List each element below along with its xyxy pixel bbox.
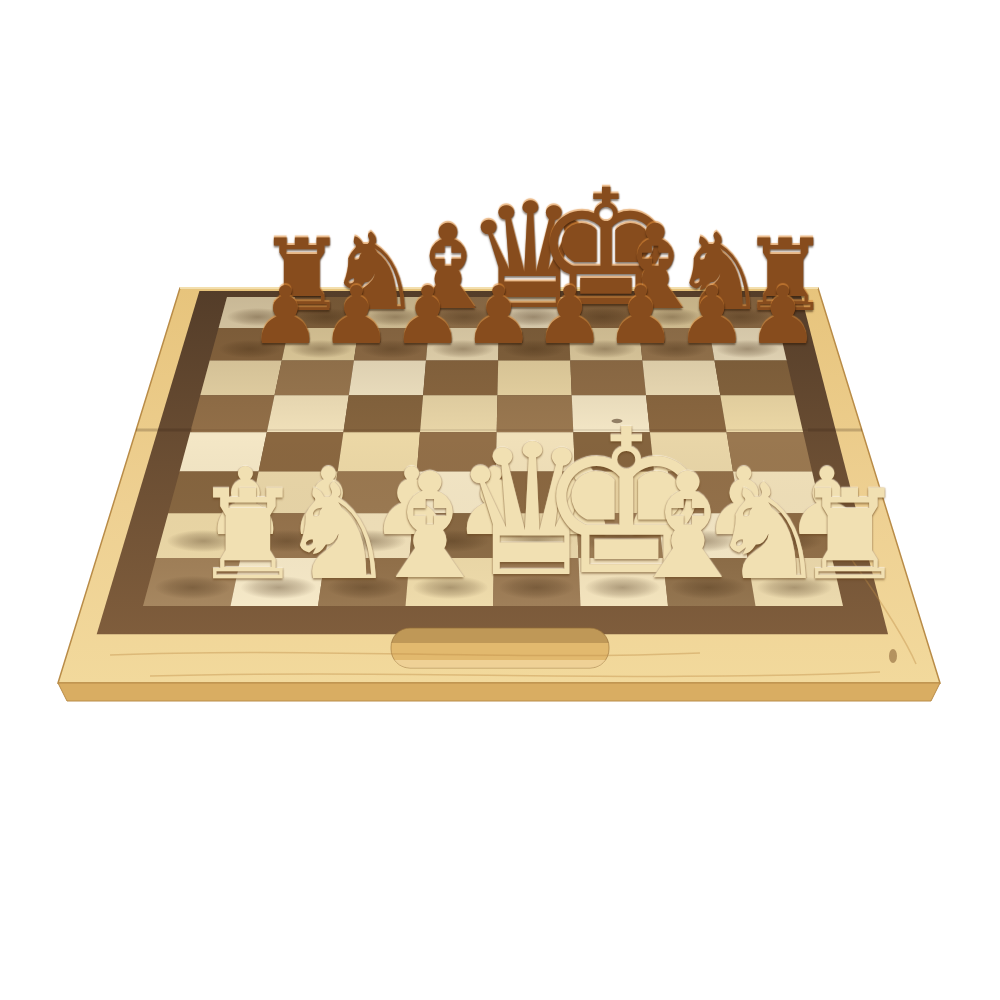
square-b6[interactable] — [275, 361, 354, 396]
square-c6[interactable] — [349, 361, 426, 396]
square-d6[interactable] — [423, 361, 498, 396]
square-a5[interactable] — [190, 395, 274, 432]
notch-inner-shadow — [391, 628, 609, 643]
chess-photo-stage: ♜♞♝♛♚♝♞♜♟♟♟♟♟♟♟♟♟♟♟♟♟♟♟♟♜♞♝♛♚♝♞♜ — [0, 0, 1000, 1000]
square-h5[interactable] — [720, 395, 803, 432]
wood-knot — [889, 649, 897, 663]
square-a6[interactable] — [200, 361, 281, 396]
square-h6[interactable] — [715, 361, 795, 396]
notch-bottom-highlight — [391, 660, 609, 668]
square-b5[interactable] — [267, 395, 349, 432]
square-c5[interactable] — [343, 395, 423, 432]
frame-front-face — [58, 683, 940, 701]
